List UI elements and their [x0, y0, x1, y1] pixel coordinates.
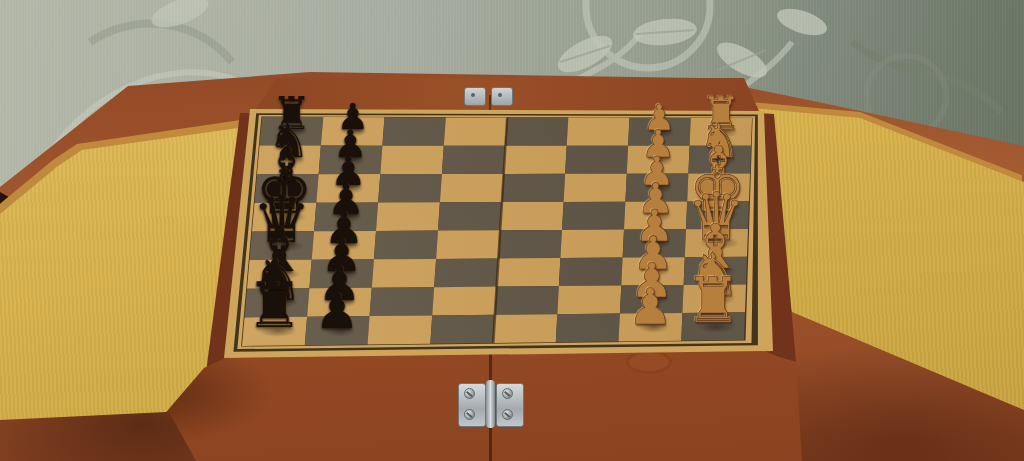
hinge-icon — [455, 380, 527, 428]
black-pawn: ♟ — [312, 286, 362, 336]
photo-chess-table-scene: ♜♟♟♜♞♟♟♞♝♟♟♝♚♟♟♚♛♟♟♛♝♟♟♝♞♟♟♞♜♟♟♜ — [0, 0, 1024, 461]
clasp-latch-icon — [464, 85, 516, 107]
white-pawn: ♟ — [626, 282, 676, 332]
black-rook: ♜ — [243, 275, 306, 338]
white-rook: ♜ — [682, 270, 745, 333]
